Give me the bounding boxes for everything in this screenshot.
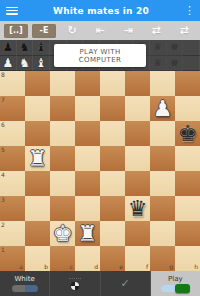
app-header: White mates in 20 ⋮ [0,0,200,21]
file-label-d: d [94,264,98,270]
file-label-f: f [146,264,148,270]
tray-cell-black-9[interactable]: ♛ [150,40,167,56]
square-c3[interactable] [50,196,75,221]
square-d1[interactable]: d [75,246,100,271]
square-a3[interactable]: 3 [0,196,25,221]
square-e5[interactable] [100,146,125,171]
skip-to-start-icon[interactable]: ⇤ [88,24,112,38]
toolbar-engine-button[interactable]: -E [32,24,56,38]
square-d8[interactable] [75,71,100,96]
toolbar-brackets-button[interactable]: [..] [4,24,28,38]
square-c4[interactable] [50,171,75,196]
file-label-c: c [70,264,73,270]
white-side-label: White [14,276,34,283]
faint-label [69,278,81,280]
square-b2[interactable] [25,221,50,246]
square-h2[interactable] [175,221,200,246]
square-d7[interactable] [75,96,100,121]
white-pawn-g7[interactable]: ♟ [150,96,175,121]
square-h5[interactable] [175,146,200,171]
square-d6[interactable] [75,121,100,146]
square-c5[interactable] [50,146,75,171]
square-h3[interactable] [175,196,200,221]
rank-label-4: 4 [1,172,5,178]
toolbar: [..] -E ↻ ⇤ ⇥ ⇄ ⇄ [0,21,200,40]
black-queen-f3[interactable]: ♛ [125,196,150,221]
tray-cell-white-0[interactable]: ♟ [0,56,17,72]
rank-label-2: 2 [1,222,5,228]
piece-setup-tray: PLAY WITH COMPUTER ♟♞♝♜♛♚♟♞♝♜♛♚ [0,40,200,71]
square-e8[interactable] [100,71,125,96]
rank-label-1: 1 [1,247,5,253]
square-f6[interactable] [125,121,150,146]
rank-label-6: 6 [1,122,5,128]
play-toggle[interactable] [161,285,189,292]
square-e4[interactable] [100,171,125,196]
square-g4[interactable] [150,171,175,196]
skip-to-end-icon[interactable]: ⇥ [116,24,140,38]
square-b3[interactable] [25,196,50,221]
file-label-e: e [119,264,123,270]
square-c6[interactable] [50,121,75,146]
square-h7[interactable] [175,96,200,121]
square-h4[interactable] [175,171,200,196]
tray-cell-white-9[interactable]: ♛ [150,56,167,72]
square-e3[interactable] [100,196,125,221]
square-d4[interactable] [75,171,100,196]
hamburger-menu-icon[interactable] [6,7,18,15]
kebab-menu-icon[interactable]: ⋮ [184,0,194,21]
square-f5[interactable] [125,146,150,171]
piece-color-icon[interactable] [71,282,79,290]
square-a6[interactable]: 6 [0,121,25,146]
tray-cell-white-1[interactable]: ♞ [17,56,34,72]
square-e6[interactable] [100,121,125,146]
white-side-section: White [0,271,50,296]
square-a1[interactable]: 1a [0,246,25,271]
square-a2[interactable]: 2 [0,221,25,246]
confirm-section: ✓ [101,271,151,296]
square-c1[interactable]: c [50,246,75,271]
tray-cell-white-10[interactable]: ♚ [167,56,184,72]
square-h8[interactable] [175,71,200,96]
square-f1[interactable]: f [125,246,150,271]
square-f8[interactable] [125,71,150,96]
play-section: Play [151,271,200,296]
square-h1[interactable]: h [175,246,200,271]
white-king-c2[interactable]: ♚ [50,221,75,246]
square-b8[interactable] [25,71,50,96]
square-f2[interactable] [125,221,150,246]
swap-lines-left-icon[interactable]: ⇄ [144,24,168,38]
tray-cell-black-10[interactable]: ♚ [167,40,184,56]
rank-label-8: 8 [1,72,5,78]
tray-cell-black-0[interactable]: ♟ [0,40,17,56]
chess-board: 87654321abcdefgh♜♟♚♛♚♜ [0,71,200,271]
square-c7[interactable] [50,96,75,121]
tray-cell-black-11 [183,40,200,56]
tray-cell-black-2[interactable]: ♝ [33,40,50,56]
check-icon[interactable]: ✓ [121,278,130,289]
square-g1[interactable]: g [150,246,175,271]
square-g5[interactable] [150,146,175,171]
square-g6[interactable] [150,121,175,146]
page-title: White mates in 20 [18,6,184,16]
square-a4[interactable]: 4 [0,171,25,196]
square-e7[interactable] [100,96,125,121]
tray-cell-white-11 [183,56,200,72]
white-side-toggle[interactable] [12,285,38,292]
square-f4[interactable] [125,171,150,196]
square-f7[interactable] [125,96,150,121]
square-a7[interactable]: 7 [0,96,25,121]
square-a8[interactable]: 8 [0,71,25,96]
tray-cell-black-1[interactable]: ♞ [17,40,34,56]
rank-label-3: 3 [1,197,5,203]
file-label-h: h [194,264,198,270]
square-b1[interactable]: b [25,246,50,271]
square-d3[interactable] [75,196,100,221]
rank-label-5: 5 [1,147,5,153]
white-rook-b5[interactable]: ♜ [25,146,50,171]
black-king-h6[interactable]: ♚ [175,121,200,146]
square-g3[interactable] [150,196,175,221]
square-c8[interactable] [50,71,75,96]
white-rook-d2[interactable]: ♜ [75,221,100,246]
square-g2[interactable] [150,221,175,246]
square-b7[interactable] [25,96,50,121]
square-e1[interactable]: e [100,246,125,271]
square-b4[interactable] [25,171,50,196]
square-b6[interactable] [25,121,50,146]
rotate-board-icon[interactable]: ↻ [60,24,84,38]
rank-label-7: 7 [1,97,5,103]
play-label: Play [168,276,183,283]
square-e2[interactable] [100,221,125,246]
square-a5[interactable]: 5 [0,146,25,171]
file-label-g: g [169,264,173,270]
bottom-bar: White ✓ Play [0,271,200,296]
file-label-a: a [19,264,23,270]
square-g8[interactable] [150,71,175,96]
tray-cell-white-2[interactable]: ♝ [33,56,50,72]
piece-color-section [50,271,100,296]
square-d5[interactable] [75,146,100,171]
swap-lines-right-icon[interactable]: ⇄ [172,24,196,38]
app-screen: White mates in 20 ⋮ [..] -E ↻ ⇤ ⇥ ⇄ ⇄ PL… [0,0,200,296]
play-with-computer-button[interactable]: PLAY WITH COMPUTER [54,44,146,67]
file-label-b: b [44,264,48,270]
